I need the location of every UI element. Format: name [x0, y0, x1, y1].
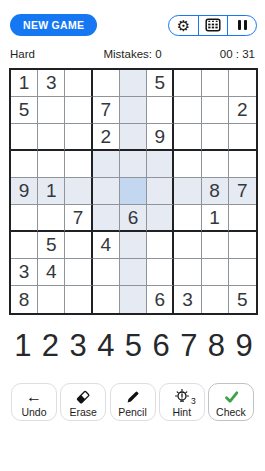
cell-r8c7[interactable]	[174, 259, 201, 286]
cell-r7c5[interactable]	[120, 232, 147, 259]
cell-r9c5[interactable]	[120, 286, 147, 313]
calendar-icon	[205, 18, 221, 32]
cell-r4c6[interactable]	[147, 151, 174, 178]
cell-r2c9[interactable]: 2	[229, 97, 256, 124]
sudoku-board: 13557229918776154348635	[9, 68, 258, 315]
cell-r3c6[interactable]: 9	[147, 124, 174, 151]
new-game-button[interactable]: NEW GAME	[10, 14, 97, 36]
cell-r1c4[interactable]	[93, 70, 120, 97]
cell-r2c7[interactable]	[174, 97, 201, 124]
cell-r2c4[interactable]: 7	[93, 97, 120, 124]
erase-label: Erase	[70, 406, 97, 418]
cell-r4c1[interactable]	[11, 151, 38, 178]
cell-r2c1[interactable]: 5	[11, 97, 38, 124]
cell-r6c8[interactable]: 1	[202, 205, 229, 232]
sudoku-app: NEW GAME ⚙	[0, 0, 265, 471]
cell-r8c2[interactable]: 4	[38, 259, 65, 286]
cell-r1c2[interactable]: 3	[38, 70, 65, 97]
pause-button[interactable]	[227, 16, 256, 35]
gear-icon: ⚙	[177, 18, 190, 33]
eraser-icon	[75, 389, 91, 405]
cell-r8c4[interactable]	[93, 259, 120, 286]
cell-r9c3[interactable]	[65, 286, 92, 313]
cell-r4c2[interactable]	[38, 151, 65, 178]
erase-button[interactable]: Erase	[60, 383, 106, 421]
cell-r8c9[interactable]	[229, 259, 256, 286]
calendar-button[interactable]	[198, 16, 227, 35]
cell-r3c4[interactable]: 2	[93, 124, 120, 151]
numpad-digit-1[interactable]: 1	[9, 328, 37, 364]
cell-r3c3[interactable]	[65, 124, 92, 151]
cell-r9c8[interactable]	[202, 286, 229, 313]
cell-r3c9[interactable]	[229, 124, 256, 151]
cell-r1c8[interactable]	[202, 70, 229, 97]
undo-arrow-icon: ←	[26, 389, 42, 405]
hint-button[interactable]: 3 Hint	[159, 383, 205, 421]
pencil-label: Pencil	[118, 406, 147, 418]
check-button[interactable]: Check	[208, 383, 254, 421]
numpad-digit-4[interactable]: 4	[92, 328, 120, 364]
header: NEW GAME ⚙	[0, 0, 265, 36]
numpad-digit-5[interactable]: 5	[120, 328, 148, 364]
cell-r4c9[interactable]	[229, 151, 256, 178]
cell-r1c3[interactable]	[65, 70, 92, 97]
cell-r7c9[interactable]	[229, 232, 256, 259]
cell-r5c5[interactable]	[120, 178, 147, 205]
undo-button[interactable]: ← Undo	[11, 383, 57, 421]
cell-r3c8[interactable]	[202, 124, 229, 151]
cell-r3c2[interactable]	[38, 124, 65, 151]
numpad-digit-2[interactable]: 2	[37, 328, 65, 364]
cell-r5c1[interactable]: 9	[11, 178, 38, 205]
cell-r6c1[interactable]	[11, 205, 38, 232]
numpad-digit-7[interactable]: 7	[175, 328, 203, 364]
cell-r1c5[interactable]	[120, 70, 147, 97]
cell-r4c8[interactable]	[202, 151, 229, 178]
cell-r5c8[interactable]: 8	[202, 178, 229, 205]
hint-bulb-icon	[174, 389, 190, 405]
check-label: Check	[216, 406, 246, 418]
cell-r4c7[interactable]	[174, 151, 201, 178]
pencil-icon	[125, 389, 141, 405]
cell-r5c4[interactable]	[93, 178, 120, 205]
mistakes-counter: Mistakes: 0	[103, 48, 161, 60]
cell-r5c7[interactable]	[174, 178, 201, 205]
pencil-button[interactable]: Pencil	[110, 383, 156, 421]
cell-r6c2[interactable]	[38, 205, 65, 232]
cell-r9c6[interactable]: 6	[147, 286, 174, 313]
hint-count-badge: 3	[191, 396, 196, 406]
numpad-digit-8[interactable]: 8	[203, 328, 231, 364]
cell-r6c5[interactable]: 6	[120, 205, 147, 232]
cell-r9c7[interactable]: 3	[174, 286, 201, 313]
cell-r6c4[interactable]	[93, 205, 120, 232]
settings-button[interactable]: ⚙	[169, 16, 198, 35]
undo-label: Undo	[21, 406, 46, 418]
numpad-digit-9[interactable]: 9	[230, 328, 258, 364]
cell-r1c7[interactable]	[174, 70, 201, 97]
cell-r8c8[interactable]	[202, 259, 229, 286]
cell-r2c6[interactable]	[147, 97, 174, 124]
game-timer: 00 : 31	[162, 48, 255, 60]
cell-r2c3[interactable]	[65, 97, 92, 124]
cell-r7c4[interactable]: 4	[93, 232, 120, 259]
cell-r9c2[interactable]	[38, 286, 65, 313]
cell-r4c5[interactable]	[120, 151, 147, 178]
cell-r2c2[interactable]	[38, 97, 65, 124]
cell-r8c6[interactable]	[147, 259, 174, 286]
hint-label: Hint	[172, 406, 191, 418]
cell-r8c5[interactable]	[120, 259, 147, 286]
cell-r3c5[interactable]	[120, 124, 147, 151]
cell-r5c6[interactable]	[147, 178, 174, 205]
toolbar: ← Undo Erase Pencil	[0, 383, 265, 421]
number-pad: 123456789	[9, 328, 258, 364]
cell-r9c9[interactable]: 5	[229, 286, 256, 313]
cell-r2c5[interactable]	[120, 97, 147, 124]
difficulty-label: Hard	[10, 48, 103, 60]
cell-r1c1[interactable]: 1	[11, 70, 38, 97]
cell-r7c7[interactable]	[174, 232, 201, 259]
cell-r3c1[interactable]	[11, 124, 38, 151]
numpad-digit-6[interactable]: 6	[147, 328, 175, 364]
cell-r9c4[interactable]	[93, 286, 120, 313]
cell-r1c9[interactable]	[229, 70, 256, 97]
cell-r7c6[interactable]	[147, 232, 174, 259]
numpad-digit-3[interactable]: 3	[64, 328, 92, 364]
cell-r7c1[interactable]	[11, 232, 38, 259]
cell-r7c3[interactable]	[65, 232, 92, 259]
cell-r4c4[interactable]	[93, 151, 120, 178]
cell-r5c2[interactable]: 1	[38, 178, 65, 205]
header-icon-cluster: ⚙	[168, 15, 257, 36]
cell-r4c3[interactable]	[65, 151, 92, 178]
status-bar: Hard Mistakes: 0 00 : 31	[0, 48, 265, 60]
pause-icon	[238, 20, 247, 30]
cell-r6c6[interactable]	[147, 205, 174, 232]
check-icon	[223, 389, 240, 405]
cell-r8c3[interactable]	[65, 259, 92, 286]
cell-r6c3[interactable]: 7	[65, 205, 92, 232]
cell-r8c1[interactable]: 3	[11, 259, 38, 286]
cell-r5c3[interactable]	[65, 178, 92, 205]
cell-r6c7[interactable]	[174, 205, 201, 232]
cell-r5c9[interactable]: 7	[229, 178, 256, 205]
cell-r2c8[interactable]	[202, 97, 229, 124]
cell-r7c2[interactable]: 5	[38, 232, 65, 259]
cell-r9c1[interactable]: 8	[11, 286, 38, 313]
cell-r6c9[interactable]	[229, 205, 256, 232]
cell-r7c8[interactable]	[202, 232, 229, 259]
cell-r3c7[interactable]	[174, 124, 201, 151]
cell-r1c6[interactable]: 5	[147, 70, 174, 97]
